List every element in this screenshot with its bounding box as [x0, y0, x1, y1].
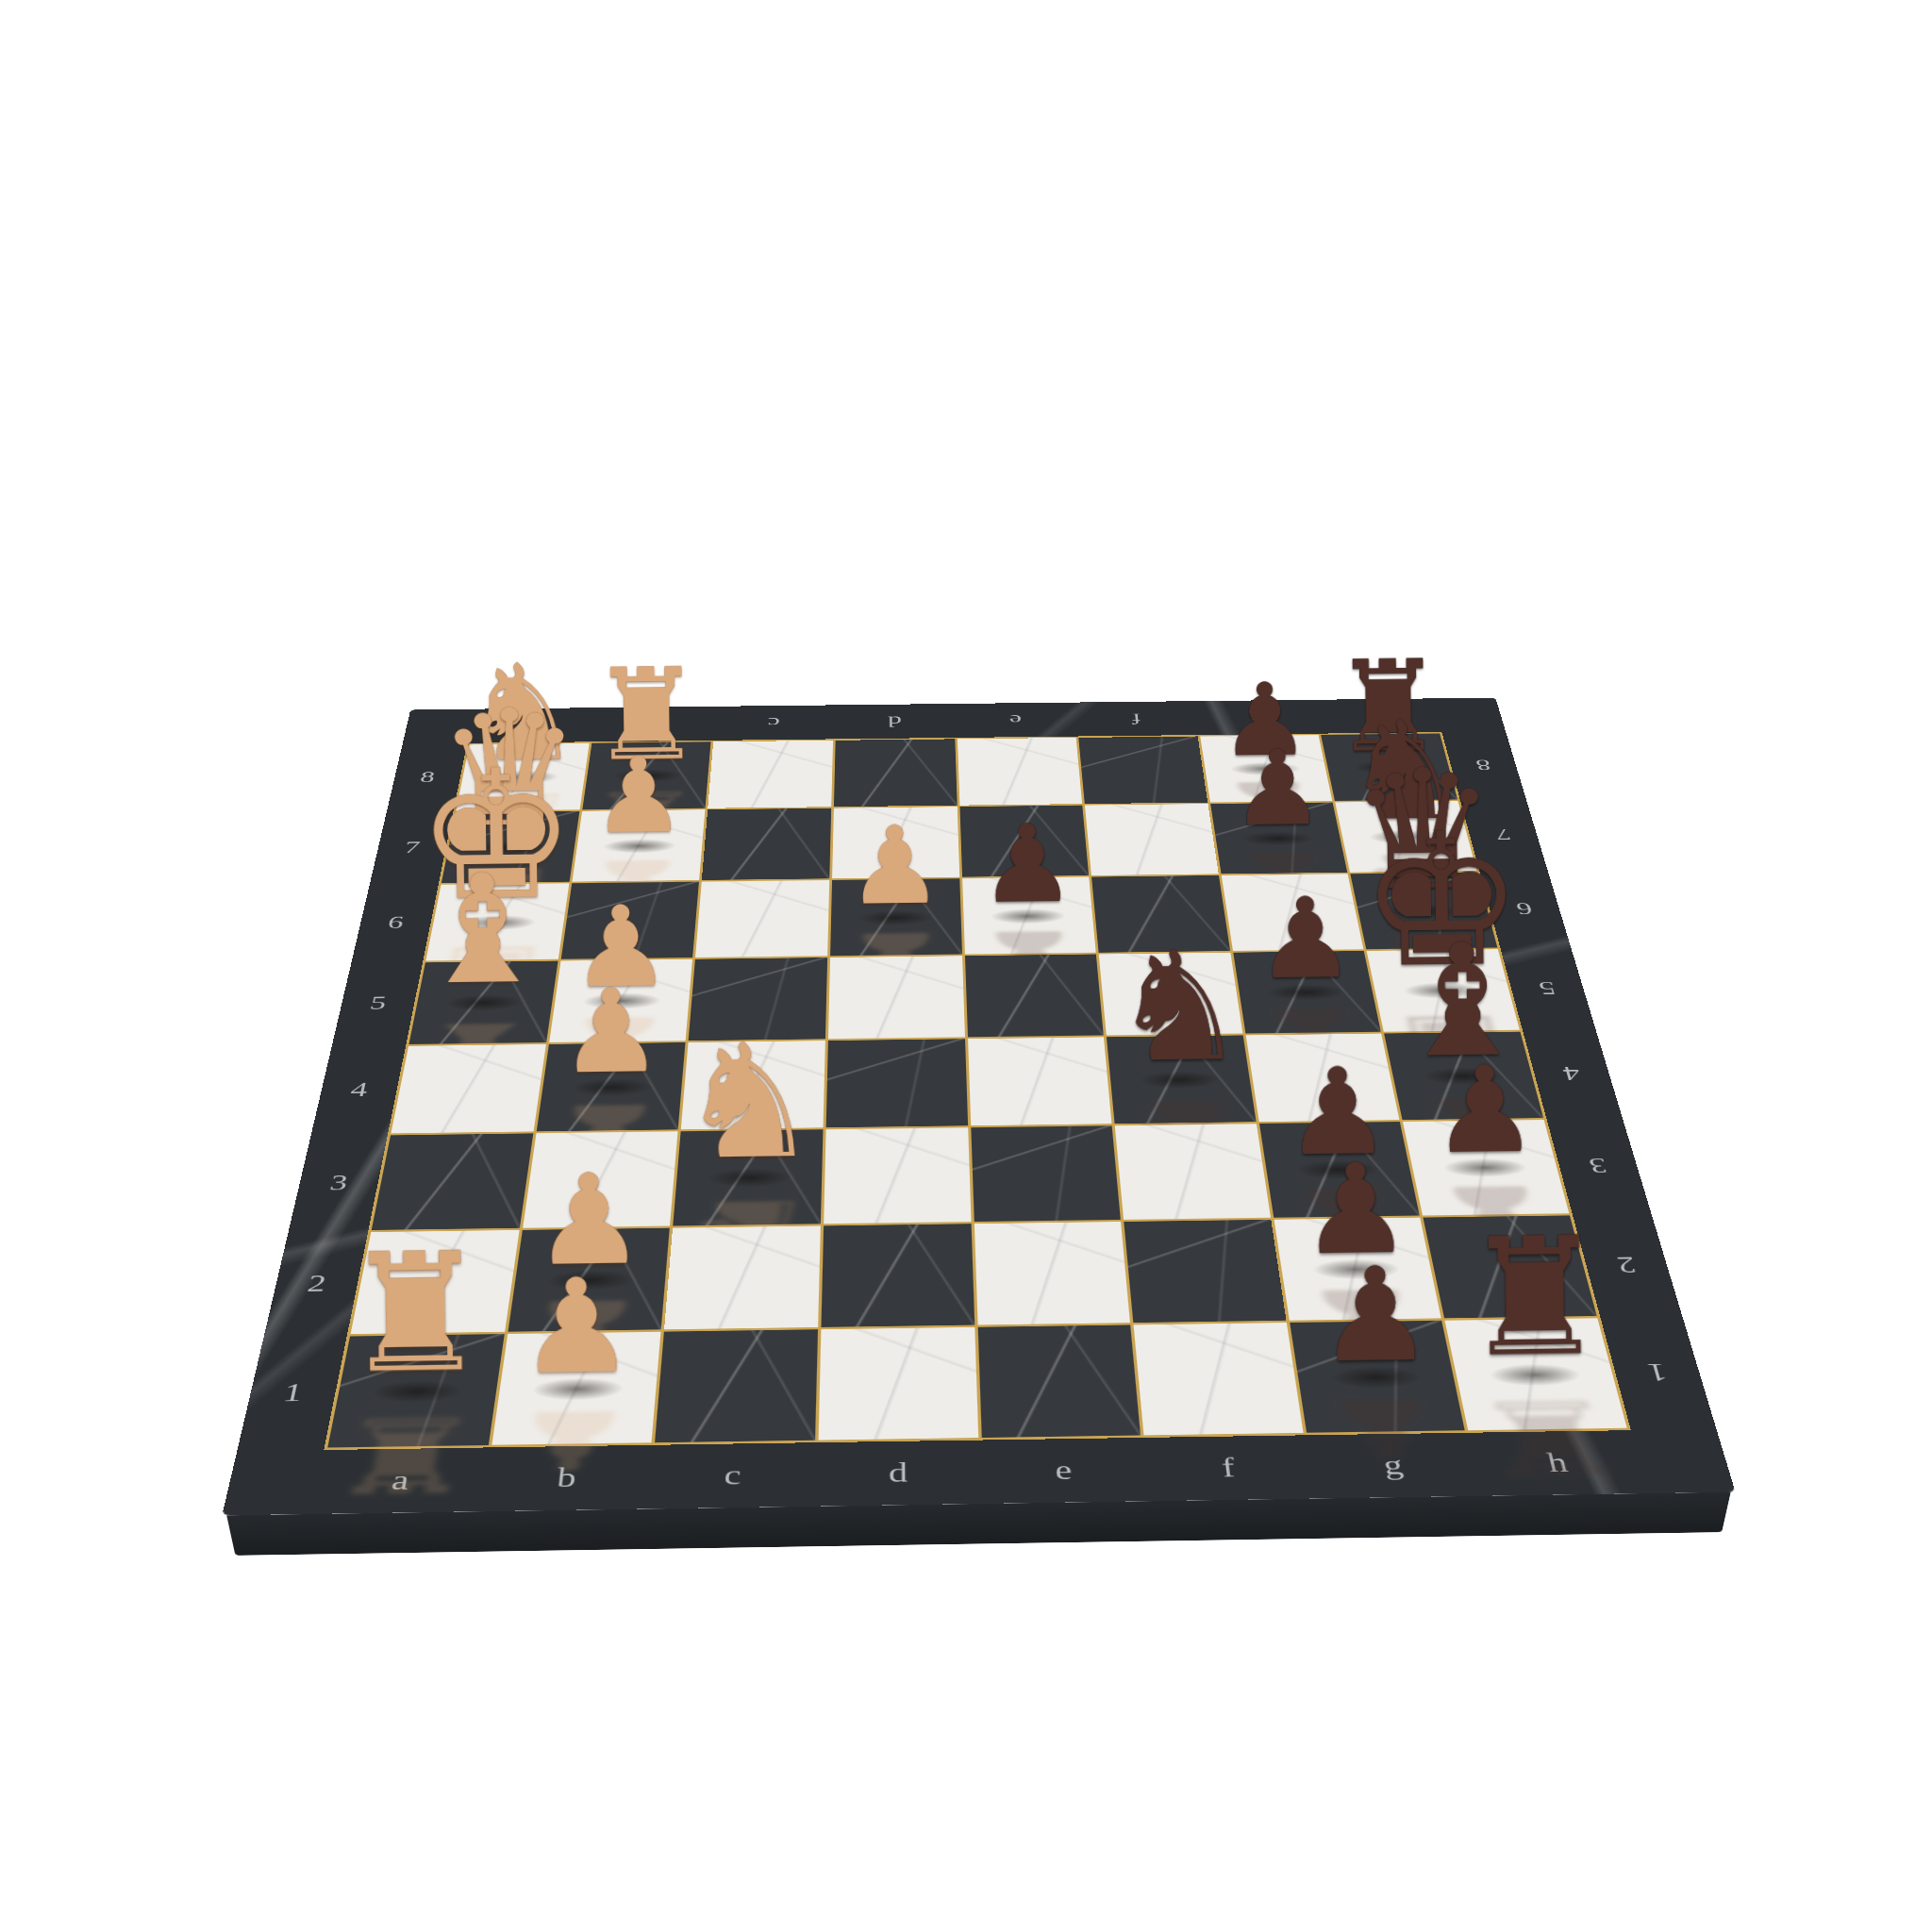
- white-pawn-glyph: ♟: [591, 743, 687, 848]
- square-e1[interactable]: [977, 1325, 1141, 1438]
- square-f8[interactable]: [1078, 736, 1207, 803]
- square-c8[interactable]: [708, 741, 833, 808]
- square-h3[interactable]: ♟♟: [1403, 1120, 1569, 1215]
- file-label-e: e: [980, 1438, 1149, 1504]
- black-pawn-glyph: ♟: [1430, 1050, 1539, 1171]
- black-pawn-glyph: ♟: [1231, 736, 1325, 841]
- square-c2[interactable]: [664, 1225, 820, 1329]
- square-d6[interactable]: ♟♟: [830, 878, 962, 956]
- square-b7[interactable]: ♟♟: [572, 809, 706, 882]
- square-c6[interactable]: [695, 880, 829, 958]
- piece-reflection: ♟: [508, 1398, 636, 1481]
- black-pawn-glyph: ♟: [978, 810, 1076, 919]
- square-e3[interactable]: [971, 1125, 1121, 1222]
- square-d8[interactable]: [834, 739, 957, 807]
- piece-reflection: ♟: [1320, 1386, 1453, 1468]
- square-d2[interactable]: [821, 1224, 974, 1327]
- square-g1[interactable]: ♟♟: [1290, 1321, 1465, 1433]
- square-b4[interactable]: ♟♟: [536, 1042, 685, 1132]
- file-back-label-h: h: [1313, 698, 1441, 733]
- scene: abcdefgh 87654321 87654321 abcdefgh ♞♞♜♜…: [0, 0, 1932, 1932]
- square-f1[interactable]: [1134, 1323, 1304, 1435]
- square-f3[interactable]: [1115, 1124, 1271, 1219]
- white-pawn-glyph: ♟: [558, 974, 664, 1091]
- square-d5[interactable]: [828, 956, 965, 1039]
- white-bishop-glyph: ♝: [414, 854, 552, 1007]
- file-back-label-f: f: [1074, 701, 1199, 736]
- square-e6[interactable]: ♟♟: [962, 877, 1096, 955]
- square-c1[interactable]: [655, 1330, 818, 1443]
- file-back-label-e: e: [955, 703, 1077, 738]
- square-f4[interactable]: ♞♞: [1107, 1035, 1256, 1124]
- board-grid: ♞♞♜♜♟♟♜♜♛♛♟♟♟♟♞♞♚♚♟♟♟♟♛♛♝♝♟♟♟♟♚♚♟♟♞♞♝♝♞♞…: [324, 732, 1631, 1450]
- black-pawn-glyph: ♟: [1256, 883, 1357, 995]
- white-rook-glyph: ♜: [341, 1230, 490, 1395]
- square-d3[interactable]: [824, 1127, 971, 1224]
- square-a1[interactable]: ♜♜: [327, 1334, 504, 1447]
- file-label-d: d: [814, 1441, 981, 1507]
- file-label-f: f: [1143, 1435, 1316, 1501]
- square-e4[interactable]: [968, 1037, 1112, 1125]
- square-g5[interactable]: ♟♟: [1233, 951, 1381, 1033]
- square-e8[interactable]: [958, 738, 1083, 805]
- file-back-label-b: b: [590, 707, 715, 742]
- square-e2[interactable]: [974, 1222, 1130, 1325]
- white-pawn-glyph: ♟: [846, 811, 944, 920]
- square-g7[interactable]: ♟♟: [1210, 802, 1348, 874]
- square-c7[interactable]: [702, 808, 831, 881]
- piece-reflection: ♜: [1465, 1385, 1638, 1489]
- black-pawn-glyph: ♟: [1317, 1250, 1435, 1381]
- file-back-label-a: a: [467, 708, 594, 743]
- square-c3[interactable]: ♞♞: [674, 1129, 824, 1225]
- file-label-c: c: [647, 1442, 816, 1508]
- square-f2[interactable]: [1124, 1220, 1286, 1324]
- white-pawn-glyph: ♟: [517, 1261, 636, 1393]
- square-a3[interactable]: [372, 1133, 533, 1229]
- square-d1[interactable]: [818, 1327, 977, 1440]
- white-knight-glyph: ♞: [676, 1022, 821, 1182]
- black-rook-glyph: ♜: [1461, 1215, 1608, 1379]
- file-back-label-c: c: [712, 705, 835, 740]
- file-back-label-d: d: [834, 704, 956, 739]
- black-knight-glyph: ♞: [1110, 929, 1248, 1083]
- square-h1[interactable]: ♜♜: [1445, 1319, 1627, 1431]
- chess-board: abcdefgh 87654321 87654321 abcdefgh ♞♞♜♜…: [222, 698, 1735, 1516]
- square-f7[interactable]: [1085, 804, 1218, 875]
- piece-reflection: ♜: [322, 1402, 489, 1507]
- file-back-label-g: g: [1194, 700, 1321, 735]
- square-d4[interactable]: [826, 1039, 968, 1127]
- square-b1[interactable]: ♟♟: [491, 1332, 661, 1445]
- square-e5[interactable]: [964, 954, 1103, 1037]
